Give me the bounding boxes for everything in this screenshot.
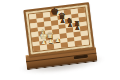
piece-bp-f5[interactable]: ♟ [67, 23, 72, 29]
square-d8[interactable]: ♚ [50, 11, 58, 16]
board-grid: ♚♛♟♞♟♜♝♟♚♛♟♟♟ [29, 8, 89, 51]
piece-bp-g4[interactable]: ♟ [74, 26, 79, 32]
piece-wp-c2[interactable]: ♟ [48, 39, 53, 45]
square-f5[interactable]: ♟ [65, 23, 73, 28]
square-c2[interactable]: ♟ [46, 39, 54, 44]
board-frame: ♚♛♟♞♟♜♝♟♚♛♟♟♟ [23, 2, 94, 56]
piece-bk-d8[interactable]: ♚ [50, 7, 58, 16]
square-e6[interactable]: ♟ [58, 19, 66, 24]
square-h1[interactable] [82, 40, 90, 45]
piece-bp-e6[interactable]: ♟ [59, 19, 64, 25]
piece-wp-d2[interactable]: ♟ [55, 38, 60, 44]
square-d2[interactable]: ♟ [53, 38, 61, 43]
square-b2[interactable]: ♟ [39, 40, 47, 45]
chess-box-photo: ♚♛♟♞♟♜♝♟♚♛♟♟♟ [0, 0, 120, 80]
piece-wp-b2[interactable]: ♟ [41, 40, 46, 46]
